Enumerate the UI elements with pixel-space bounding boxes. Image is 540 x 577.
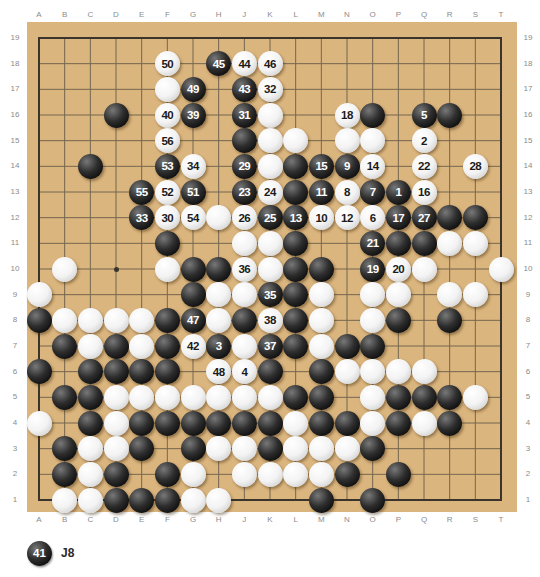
go-diagram-page: 5045444649433240393118556253342915914222…	[0, 0, 540, 577]
coord-label-bottom-F: F	[158, 515, 176, 525]
stone-O5	[360, 385, 385, 410]
stone-Q13: 16	[412, 180, 437, 205]
move-number: 19	[367, 263, 379, 275]
move-number: 4	[241, 366, 247, 378]
coord-label-bottom-E: E	[133, 515, 151, 525]
stone-J4	[232, 411, 257, 436]
stone-Q16: 5	[412, 103, 437, 128]
stone-F2	[155, 462, 180, 487]
stone-Q5	[412, 385, 437, 410]
stone-L2	[283, 462, 308, 487]
stone-P11	[386, 231, 411, 256]
move-number: 53	[161, 160, 173, 172]
stone-L4	[283, 411, 308, 436]
stone-K16	[258, 103, 283, 128]
stone-C8	[78, 308, 103, 333]
move-number: 32	[264, 83, 276, 95]
move-number: 27	[418, 212, 430, 224]
move-number: 51	[187, 186, 199, 198]
stone-O13: 7	[360, 180, 385, 205]
stone-M14: 15	[309, 154, 334, 179]
coord-label-top-F: F	[158, 10, 176, 20]
caption-move-point: J8	[61, 546, 74, 560]
stone-M5	[309, 385, 334, 410]
move-number: 52	[161, 186, 173, 198]
move-number: 3	[216, 340, 222, 352]
stone-F7	[155, 334, 180, 359]
stone-J7	[232, 334, 257, 359]
stone-O10: 19	[360, 257, 385, 282]
coord-label-bottom-S: S	[466, 515, 484, 525]
move-number: 7	[370, 186, 376, 198]
coord-label-bottom-Q: Q	[415, 515, 433, 525]
move-number: 26	[238, 212, 250, 224]
coord-label-right-16: 16	[519, 110, 537, 120]
stone-J3	[232, 436, 257, 461]
stone-R16	[437, 103, 462, 128]
coord-label-top-H: H	[210, 10, 228, 20]
coord-label-top-C: C	[81, 10, 99, 20]
stone-L5	[283, 385, 308, 410]
stone-J12: 26	[232, 205, 257, 230]
stone-O16	[360, 103, 385, 128]
stone-F1	[155, 488, 180, 513]
stone-K10	[258, 257, 283, 282]
stone-Q11	[412, 231, 437, 256]
stone-J5	[232, 385, 257, 410]
coord-label-right-3: 3	[519, 444, 537, 454]
stone-Q4	[412, 411, 437, 436]
stone-E7	[129, 334, 154, 359]
stone-F11	[155, 231, 180, 256]
coord-label-right-10: 10	[519, 264, 537, 274]
coord-label-right-18: 18	[519, 59, 537, 69]
coord-label-bottom-N: N	[338, 515, 356, 525]
stone-L13	[283, 180, 308, 205]
stone-K11	[258, 231, 283, 256]
stone-E4	[129, 411, 154, 436]
stone-C7	[78, 334, 103, 359]
stone-J10: 36	[232, 257, 257, 282]
stone-P8	[386, 308, 411, 333]
coord-label-left-3: 3	[6, 444, 24, 454]
coord-label-left-4: 4	[6, 418, 24, 428]
stone-H1	[206, 488, 231, 513]
caption-move-stone: 41	[27, 541, 52, 566]
stone-B5	[52, 385, 77, 410]
stone-G12: 54	[181, 205, 206, 230]
coord-label-left-19: 19	[6, 33, 24, 43]
stone-Q12: 27	[412, 205, 437, 230]
coord-label-left-18: 18	[6, 59, 24, 69]
stone-K2	[258, 462, 283, 487]
stone-P10: 20	[386, 257, 411, 282]
stone-N6	[335, 359, 360, 384]
coord-label-left-1: 1	[6, 495, 24, 505]
coord-label-bottom-C: C	[81, 515, 99, 525]
move-number: 17	[392, 212, 404, 224]
coord-label-left-9: 9	[6, 290, 24, 300]
stone-E5	[129, 385, 154, 410]
move-number: 22	[418, 160, 430, 172]
stone-H4	[206, 411, 231, 436]
stone-D3	[104, 436, 129, 461]
coord-label-bottom-P: P	[389, 515, 407, 525]
stone-M8	[309, 308, 334, 333]
coord-label-bottom-G: G	[184, 515, 202, 525]
stone-R5	[437, 385, 462, 410]
coord-label-top-M: M	[312, 10, 330, 20]
stone-H7: 3	[206, 334, 231, 359]
stone-P2	[386, 462, 411, 487]
stone-C3	[78, 436, 103, 461]
stone-D7	[104, 334, 129, 359]
stone-J18: 44	[232, 51, 257, 76]
coord-label-top-S: S	[466, 10, 484, 20]
move-number: 21	[367, 237, 379, 249]
coord-label-left-5: 5	[6, 392, 24, 402]
stone-O4	[360, 411, 385, 436]
stone-G9	[181, 282, 206, 307]
coord-label-bottom-M: M	[312, 515, 330, 525]
stone-D6	[104, 359, 129, 384]
coord-label-right-5: 5	[519, 392, 537, 402]
coord-label-right-6: 6	[519, 367, 537, 377]
stone-F5	[155, 385, 180, 410]
stone-F15: 56	[155, 128, 180, 153]
stone-M4	[309, 411, 334, 436]
stone-B8	[52, 308, 77, 333]
stone-P12: 17	[386, 205, 411, 230]
stone-M6	[309, 359, 334, 384]
move-number: 54	[187, 212, 199, 224]
move-number: 9	[344, 160, 350, 172]
stone-O14: 14	[360, 154, 385, 179]
stone-L11	[283, 231, 308, 256]
caption-move-number: 41	[33, 547, 46, 559]
stone-P5	[386, 385, 411, 410]
move-number: 1	[395, 186, 401, 198]
stone-C5	[78, 385, 103, 410]
move-number: 31	[238, 109, 250, 121]
stone-G14: 34	[181, 154, 206, 179]
stone-J16: 31	[232, 103, 257, 128]
stone-G13: 51	[181, 180, 206, 205]
move-number: 5	[421, 109, 427, 121]
stone-J14: 29	[232, 154, 257, 179]
coord-label-top-P: P	[389, 10, 407, 20]
move-number: 29	[238, 160, 250, 172]
stone-P4	[386, 411, 411, 436]
stone-M1	[309, 488, 334, 513]
stone-F14: 53	[155, 154, 180, 179]
coord-label-left-2: 2	[6, 469, 24, 479]
stone-G16: 39	[181, 103, 206, 128]
move-number: 24	[264, 186, 276, 198]
stone-J13: 23	[232, 180, 257, 205]
stone-L10	[283, 257, 308, 282]
stone-G1	[181, 488, 206, 513]
move-number: 11	[316, 186, 327, 198]
stone-J2	[232, 462, 257, 487]
move-number: 12	[341, 212, 353, 224]
stone-D4	[104, 411, 129, 436]
stone-A6	[27, 359, 52, 384]
stone-F10	[155, 257, 180, 282]
coord-label-left-15: 15	[6, 136, 24, 146]
move-number: 30	[161, 212, 173, 224]
move-number: 56	[161, 135, 173, 147]
coord-label-left-12: 12	[6, 213, 24, 223]
move-number: 16	[418, 186, 430, 198]
move-number: 49	[187, 83, 199, 95]
stone-F16: 40	[155, 103, 180, 128]
stone-Q14: 22	[412, 154, 437, 179]
coord-label-top-T: T	[492, 10, 510, 20]
coord-label-right-8: 8	[519, 315, 537, 325]
stone-J8	[232, 308, 257, 333]
stone-O7	[360, 334, 385, 359]
move-number: 34	[187, 160, 199, 172]
stone-N12: 12	[335, 205, 360, 230]
stone-J11	[232, 231, 257, 256]
move-number: 39	[187, 109, 199, 121]
stone-B7	[52, 334, 77, 359]
stone-J6: 4	[232, 359, 257, 384]
coord-label-bottom-T: T	[492, 515, 510, 525]
move-number: 6	[370, 212, 376, 224]
stone-N4	[335, 411, 360, 436]
stone-G10	[181, 257, 206, 282]
coord-label-bottom-D: D	[107, 515, 125, 525]
stone-M10	[309, 257, 334, 282]
stone-F4	[155, 411, 180, 436]
stone-K6	[258, 359, 283, 384]
stone-E8	[129, 308, 154, 333]
stone-K3	[258, 436, 283, 461]
move-number: 15	[315, 160, 327, 172]
move-number: 40	[161, 109, 173, 121]
stone-A8	[27, 308, 52, 333]
stone-S11	[463, 231, 488, 256]
coord-label-left-14: 14	[6, 161, 24, 171]
stone-K8: 38	[258, 308, 283, 333]
stone-L8	[283, 308, 308, 333]
coord-label-left-16: 16	[6, 110, 24, 120]
stone-M7	[309, 334, 334, 359]
stone-E13: 55	[129, 180, 154, 205]
stone-J9	[232, 282, 257, 307]
coord-label-right-2: 2	[519, 469, 537, 479]
coord-label-right-1: 1	[519, 495, 537, 505]
stone-B2	[52, 462, 77, 487]
stone-D1	[104, 488, 129, 513]
move-number: 38	[264, 314, 276, 326]
star-point-D10	[114, 267, 119, 272]
stone-G3	[181, 436, 206, 461]
stone-A9	[27, 282, 52, 307]
coord-label-top-J: J	[235, 10, 253, 20]
stone-D5	[104, 385, 129, 410]
stone-O1	[360, 488, 385, 513]
stone-F18: 50	[155, 51, 180, 76]
stone-N15	[335, 128, 360, 153]
stone-F17	[155, 77, 180, 102]
coord-label-bottom-O: O	[364, 515, 382, 525]
coord-label-top-O: O	[364, 10, 382, 20]
move-number: 8	[344, 186, 350, 198]
coord-label-top-B: B	[56, 10, 74, 20]
stone-K7: 37	[258, 334, 283, 359]
stone-P6	[386, 359, 411, 384]
stone-K14	[258, 154, 283, 179]
move-number: 10	[315, 212, 327, 224]
stone-F13: 52	[155, 180, 180, 205]
move-number: 45	[213, 58, 225, 70]
stone-G5	[181, 385, 206, 410]
stone-C1	[78, 488, 103, 513]
coord-label-bottom-H: H	[210, 515, 228, 525]
stone-R4	[437, 411, 462, 436]
stone-K13: 24	[258, 180, 283, 205]
stone-K15	[258, 128, 283, 153]
stone-R8	[437, 308, 462, 333]
move-number: 55	[136, 186, 148, 198]
stone-E1	[129, 488, 154, 513]
stone-G17: 49	[181, 77, 206, 102]
stone-D2	[104, 462, 129, 487]
stone-L7	[283, 334, 308, 359]
coord-label-left-11: 11	[6, 238, 24, 248]
coord-label-left-13: 13	[6, 187, 24, 197]
coord-label-bottom-A: A	[30, 515, 48, 525]
move-number: 33	[136, 212, 148, 224]
move-number: 42	[187, 340, 199, 352]
stone-H10	[206, 257, 231, 282]
move-number: 43	[238, 83, 250, 95]
coord-label-bottom-J: J	[235, 515, 253, 525]
stone-G4	[181, 411, 206, 436]
move-number: 23	[238, 186, 250, 198]
stone-L14	[283, 154, 308, 179]
coord-label-top-D: D	[107, 10, 125, 20]
stone-P13: 1	[386, 180, 411, 205]
coord-label-right-15: 15	[519, 136, 537, 146]
move-number: 46	[264, 58, 276, 70]
coord-label-top-N: N	[338, 10, 356, 20]
coord-label-top-G: G	[184, 10, 202, 20]
move-number: 2	[421, 135, 427, 147]
stone-C14	[78, 154, 103, 179]
go-board[interactable]: 5045444649433240393118556253342915914222…	[27, 22, 517, 512]
move-number: 47	[187, 314, 199, 326]
coord-label-left-10: 10	[6, 264, 24, 274]
stone-G7: 42	[181, 334, 206, 359]
stone-K18: 46	[258, 51, 283, 76]
stone-N7	[335, 334, 360, 359]
move-number: 48	[213, 366, 225, 378]
stone-D8	[104, 308, 129, 333]
coord-label-right-4: 4	[519, 418, 537, 428]
stone-C2	[78, 462, 103, 487]
stone-B10	[52, 257, 77, 282]
stone-M13: 11	[309, 180, 334, 205]
coord-label-top-A: A	[30, 10, 48, 20]
stone-G8: 47	[181, 308, 206, 333]
stone-P9	[386, 282, 411, 307]
stone-K5	[258, 385, 283, 410]
last-move-caption: 41 J8	[27, 540, 74, 566]
coord-label-right-12: 12	[519, 213, 537, 223]
coord-label-left-7: 7	[6, 341, 24, 351]
stone-N13: 8	[335, 180, 360, 205]
move-number: 44	[238, 58, 250, 70]
coord-label-right-9: 9	[519, 290, 537, 300]
stone-K9: 35	[258, 282, 283, 307]
stone-K4	[258, 411, 283, 436]
coord-label-right-7: 7	[519, 341, 537, 351]
stone-C6	[78, 359, 103, 384]
stone-S9	[463, 282, 488, 307]
stone-N2	[335, 462, 360, 487]
stone-N16: 18	[335, 103, 360, 128]
stone-A4	[27, 411, 52, 436]
coord-label-bottom-R: R	[441, 515, 459, 525]
stone-O8	[360, 308, 385, 333]
stone-H5	[206, 385, 231, 410]
stone-S12	[463, 205, 488, 230]
coord-label-bottom-K: K	[261, 515, 279, 525]
coord-label-top-K: K	[261, 10, 279, 20]
move-number: 35	[264, 289, 276, 301]
move-number: 50	[161, 58, 173, 70]
stone-K12: 25	[258, 205, 283, 230]
coord-label-left-17: 17	[6, 84, 24, 94]
move-number: 18	[341, 109, 353, 121]
stone-M9	[309, 282, 334, 307]
move-number: 14	[367, 160, 379, 172]
stone-T10	[489, 257, 514, 282]
stone-D16	[104, 103, 129, 128]
stone-H8	[206, 308, 231, 333]
stone-G2	[181, 462, 206, 487]
coord-label-right-17: 17	[519, 84, 537, 94]
stone-Q15: 2	[412, 128, 437, 153]
move-number: 37	[264, 340, 276, 352]
stone-F12: 30	[155, 205, 180, 230]
coord-label-bottom-L: L	[287, 515, 305, 525]
coord-label-right-14: 14	[519, 161, 537, 171]
stone-S14: 28	[463, 154, 488, 179]
stone-M12: 10	[309, 205, 334, 230]
coord-label-right-19: 19	[519, 33, 537, 43]
stone-B1	[52, 488, 77, 513]
coord-label-left-6: 6	[6, 367, 24, 377]
coord-label-top-L: L	[287, 10, 305, 20]
move-number: 20	[392, 263, 404, 275]
coord-label-right-13: 13	[519, 187, 537, 197]
stone-M3	[309, 436, 334, 461]
move-number: 13	[290, 212, 302, 224]
coord-label-bottom-B: B	[56, 515, 74, 525]
coord-label-top-E: E	[133, 10, 151, 20]
stone-F6	[155, 359, 180, 384]
move-number: 28	[469, 160, 481, 172]
stone-M2	[309, 462, 334, 487]
coord-label-right-11: 11	[519, 238, 537, 248]
coord-label-top-R: R	[441, 10, 459, 20]
stone-R11	[437, 231, 462, 256]
